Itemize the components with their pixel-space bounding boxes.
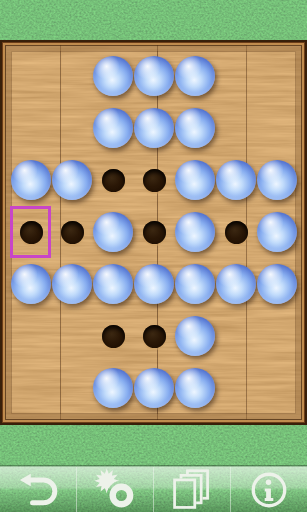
- peg-marble[interactable]: [134, 368, 174, 408]
- app-screen: [0, 0, 307, 512]
- cell-r7c7: [256, 362, 297, 414]
- undo-button[interactable]: [0, 467, 77, 512]
- stacked-pages-icon: [170, 468, 214, 512]
- cell-r2c7: [256, 102, 297, 154]
- empty-hole[interactable]: [102, 169, 125, 192]
- cell-r4c5[interactable]: [174, 206, 215, 258]
- toolbar: [0, 466, 307, 512]
- cell-r1c5[interactable]: [174, 50, 215, 102]
- cell-r5c1[interactable]: [10, 258, 51, 310]
- cell-r2c4[interactable]: [133, 102, 174, 154]
- cell-r2c6: [215, 102, 256, 154]
- cell-r4c1-selected[interactable]: [10, 206, 51, 258]
- cell-r7c3[interactable]: [92, 362, 133, 414]
- peg-marble[interactable]: [175, 56, 215, 96]
- boards-button[interactable]: [154, 467, 231, 512]
- cell-r6c2: [51, 310, 92, 362]
- cell-r6c3[interactable]: [92, 310, 133, 362]
- cell-r2c1: [10, 102, 51, 154]
- empty-hole[interactable]: [225, 221, 248, 244]
- peg-marble[interactable]: [93, 368, 133, 408]
- cell-r7c6: [215, 362, 256, 414]
- board-grid: [10, 50, 297, 414]
- peg-marble[interactable]: [93, 108, 133, 148]
- cell-r5c6[interactable]: [215, 258, 256, 310]
- cell-r3c6[interactable]: [215, 154, 256, 206]
- empty-hole[interactable]: [143, 221, 166, 244]
- peg-marble[interactable]: [175, 264, 215, 304]
- peg-marble[interactable]: [257, 212, 297, 252]
- peg-solitaire-board: [0, 40, 307, 425]
- cell-r6c1: [10, 310, 51, 362]
- peg-marble[interactable]: [52, 264, 92, 304]
- cell-r3c5[interactable]: [174, 154, 215, 206]
- peg-marble[interactable]: [257, 160, 297, 200]
- peg-marble[interactable]: [257, 264, 297, 304]
- peg-marble[interactable]: [175, 316, 215, 356]
- cell-r6c5[interactable]: [174, 310, 215, 362]
- peg-marble[interactable]: [93, 264, 133, 304]
- cell-r6c6: [215, 310, 256, 362]
- undo-arrow-icon: [17, 470, 59, 510]
- cell-r4c2[interactable]: [51, 206, 92, 258]
- peg-marble[interactable]: [216, 160, 256, 200]
- cell-r5c5[interactable]: [174, 258, 215, 310]
- empty-hole[interactable]: [61, 221, 84, 244]
- cell-r4c7[interactable]: [256, 206, 297, 258]
- cell-r7c1: [10, 362, 51, 414]
- peg-marble[interactable]: [93, 56, 133, 96]
- empty-hole[interactable]: [102, 325, 125, 348]
- cell-r1c3[interactable]: [92, 50, 133, 102]
- cell-r1c2: [51, 50, 92, 102]
- cell-r3c3[interactable]: [92, 154, 133, 206]
- cell-r5c7[interactable]: [256, 258, 297, 310]
- cell-r2c3[interactable]: [92, 102, 133, 154]
- cell-r2c2: [51, 102, 92, 154]
- peg-marble[interactable]: [175, 160, 215, 200]
- peg-marble[interactable]: [134, 56, 174, 96]
- cell-r7c2: [51, 362, 92, 414]
- cell-r5c4[interactable]: [133, 258, 174, 310]
- cell-r3c2[interactable]: [51, 154, 92, 206]
- new-game-button[interactable]: [77, 467, 154, 512]
- cell-r3c7[interactable]: [256, 154, 297, 206]
- cell-r1c4[interactable]: [133, 50, 174, 102]
- cell-r2c5[interactable]: [174, 102, 215, 154]
- empty-hole[interactable]: [143, 169, 166, 192]
- peg-marble[interactable]: [175, 368, 215, 408]
- cell-r4c4[interactable]: [133, 206, 174, 258]
- cell-r6c7: [256, 310, 297, 362]
- empty-hole[interactable]: [143, 325, 166, 348]
- cell-r4c3[interactable]: [92, 206, 133, 258]
- peg-marble[interactable]: [11, 264, 51, 304]
- info-icon: [248, 469, 290, 511]
- peg-marble[interactable]: [175, 108, 215, 148]
- cell-r6c4[interactable]: [133, 310, 174, 362]
- peg-marble[interactable]: [134, 108, 174, 148]
- peg-marble[interactable]: [11, 160, 51, 200]
- peg-marble[interactable]: [52, 160, 92, 200]
- cell-r1c1: [10, 50, 51, 102]
- peg-marble[interactable]: [216, 264, 256, 304]
- peg-marble[interactable]: [93, 212, 133, 252]
- cell-r1c7: [256, 50, 297, 102]
- peg-marble[interactable]: [175, 212, 215, 252]
- cell-r7c5[interactable]: [174, 362, 215, 414]
- info-button[interactable]: [231, 467, 307, 512]
- cell-r1c6: [215, 50, 256, 102]
- burst-ring-icon: [93, 468, 137, 512]
- cell-r3c4[interactable]: [133, 154, 174, 206]
- peg-marble[interactable]: [134, 264, 174, 304]
- cell-r3c1[interactable]: [10, 154, 51, 206]
- cell-r5c2[interactable]: [51, 258, 92, 310]
- empty-hole[interactable]: [20, 221, 43, 244]
- cell-r7c4[interactable]: [133, 362, 174, 414]
- cell-r5c3[interactable]: [92, 258, 133, 310]
- cell-r4c6[interactable]: [215, 206, 256, 258]
